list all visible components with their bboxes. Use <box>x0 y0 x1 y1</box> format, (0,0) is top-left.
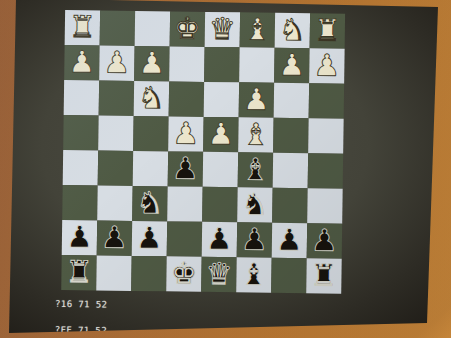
board-square <box>308 153 343 188</box>
screen-content: ♜♚♛♝♞♜♟♟♟♟♟♞♟♟♟♝♟♝♞♞♟♟♟♟♟♟♟♜♚♛♝♜ ?16 71 … <box>0 0 451 338</box>
board-square: ♛ <box>205 12 240 47</box>
black-pawn: ♟ <box>168 151 203 186</box>
board-square <box>63 115 98 150</box>
board-square: ♚ <box>170 11 205 46</box>
white-pawn: ♟ <box>64 45 99 80</box>
white-pawn: ♟ <box>274 48 309 83</box>
board-square <box>169 46 204 81</box>
black-pawn: ♟ <box>272 223 307 258</box>
board-square: ♝ <box>236 257 271 292</box>
console-line: ?FF 71 52 <box>55 325 107 334</box>
board-square <box>167 186 202 221</box>
board-square <box>100 10 135 45</box>
board-square <box>308 118 343 153</box>
black-queen: ♛ <box>201 257 236 292</box>
board-square <box>98 115 133 150</box>
board-square: ♟ <box>309 48 344 83</box>
white-pawn: ♟ <box>99 45 134 80</box>
board-square: ♜ <box>310 13 345 48</box>
white-pawn: ♟ <box>168 116 203 151</box>
board-square: ♟ <box>97 220 132 255</box>
black-rook: ♜ <box>306 258 341 293</box>
white-knight: ♞ <box>275 13 310 48</box>
console-line: ?16 71 52 <box>55 300 107 309</box>
white-bishop: ♝ <box>238 117 273 152</box>
board-square <box>272 188 307 223</box>
board-square: ♜ <box>65 10 100 45</box>
board-square: ♟ <box>274 48 309 83</box>
board-square: ♟ <box>307 223 342 258</box>
board-square: ♞ <box>237 187 272 222</box>
board-square: ♟ <box>272 223 307 258</box>
board-square <box>307 188 342 223</box>
board-square <box>204 47 239 82</box>
board-square <box>133 151 168 186</box>
chess-board: ♜♚♛♝♞♜♟♟♟♟♟♞♟♟♟♝♟♝♞♞♟♟♟♟♟♟♟♜♚♛♝♜ <box>61 10 345 294</box>
board-square <box>99 80 134 115</box>
board-square <box>273 153 308 188</box>
board-square: ♞ <box>134 81 169 116</box>
black-pawn: ♟ <box>97 220 132 255</box>
board-square <box>203 152 238 187</box>
black-knight: ♞ <box>132 186 167 221</box>
black-pawn: ♟ <box>237 222 272 257</box>
console-output: ?16 71 52 ?FF 71 52 ?0E 14 34 ? <box>54 283 108 338</box>
board-square: ♛ <box>201 257 236 292</box>
black-bishop: ♝ <box>238 152 273 187</box>
board-square: ♟ <box>134 46 169 81</box>
black-knight: ♞ <box>237 187 272 222</box>
board-square <box>63 150 98 185</box>
black-pawn: ♟ <box>132 221 167 256</box>
black-king: ♚ <box>166 256 201 291</box>
white-bishop: ♝ <box>240 12 275 47</box>
white-rook: ♜ <box>65 10 100 45</box>
board-square: ♜ <box>306 258 341 293</box>
board-square: ♟ <box>202 222 237 257</box>
white-queen: ♛ <box>205 12 240 47</box>
board-square: ♟ <box>168 116 203 151</box>
black-pawn: ♟ <box>307 223 342 258</box>
white-pawn: ♟ <box>309 48 344 83</box>
board-square <box>271 258 306 293</box>
board-square: ♝ <box>238 117 273 152</box>
board-square <box>135 11 170 46</box>
board-square <box>169 81 204 116</box>
board-square <box>273 118 308 153</box>
black-pawn: ♟ <box>62 220 97 255</box>
board-square <box>239 47 274 82</box>
black-pawn: ♟ <box>202 222 237 257</box>
board-square: ♞ <box>275 13 310 48</box>
board-square: ♟ <box>203 117 238 152</box>
board-square <box>133 116 168 151</box>
board-square: ♝ <box>240 12 275 47</box>
white-pawn: ♟ <box>134 46 169 81</box>
board-square: ♟ <box>168 151 203 186</box>
board-square <box>98 150 133 185</box>
board-square: ♟ <box>64 45 99 80</box>
board-square <box>131 256 166 291</box>
board-square: ♞ <box>132 186 167 221</box>
board-square <box>62 185 97 220</box>
board-square: ♟ <box>62 220 97 255</box>
board-square: ♟ <box>132 221 167 256</box>
white-rook: ♜ <box>310 13 345 48</box>
white-pawn: ♟ <box>203 117 238 152</box>
crt-screen: ♜♚♛♝♞♜♟♟♟♟♟♞♟♟♟♝♟♝♞♞♟♟♟♟♟♟♟♜♚♛♝♜ ?16 71 … <box>0 0 451 338</box>
board-square <box>167 221 202 256</box>
board-square <box>202 187 237 222</box>
board-square: ♚ <box>166 256 201 291</box>
board-square <box>274 83 309 118</box>
black-bishop: ♝ <box>236 257 271 292</box>
board-square <box>97 185 132 220</box>
board-square <box>64 80 99 115</box>
white-knight: ♞ <box>134 81 169 116</box>
board-square <box>204 82 239 117</box>
board-square: ♟ <box>99 45 134 80</box>
white-king: ♚ <box>170 11 205 46</box>
board-square: ♝ <box>238 152 273 187</box>
white-pawn: ♟ <box>239 82 274 117</box>
board-square: ♟ <box>239 82 274 117</box>
board-square: ♟ <box>237 222 272 257</box>
board-square <box>309 83 344 118</box>
